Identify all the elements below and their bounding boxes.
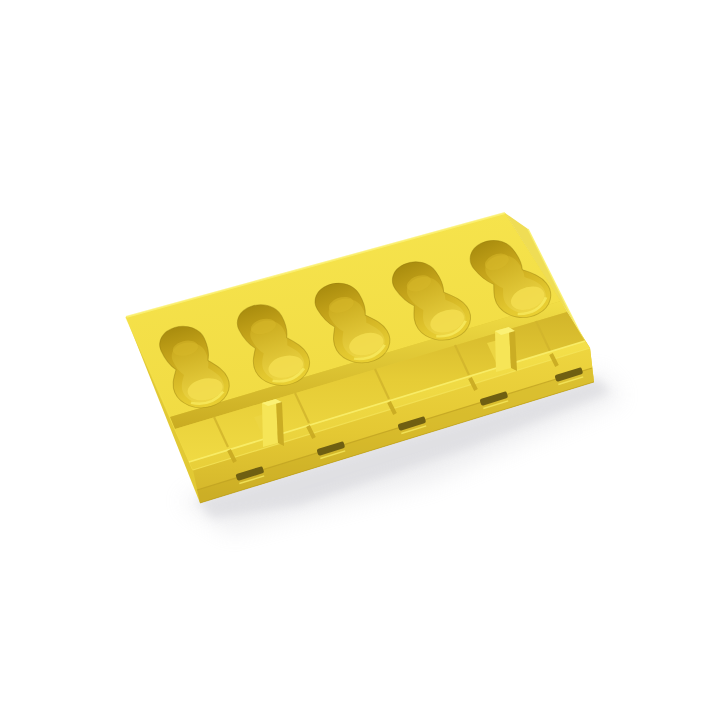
product-image	[0, 0, 720, 720]
popsicle-mold-illustration	[0, 0, 720, 720]
